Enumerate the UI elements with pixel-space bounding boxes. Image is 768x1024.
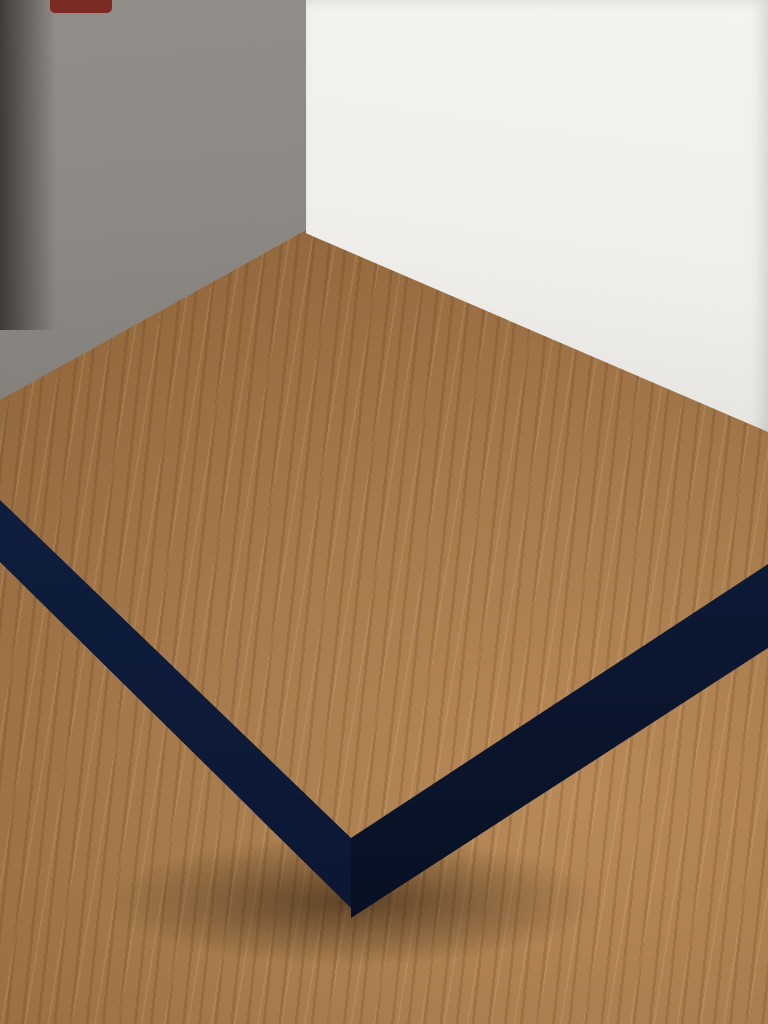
- wall-corner-shadow: [0, 0, 56, 330]
- brass-clasp[interactable]: [620, 676, 656, 702]
- photo-scene: 12345678AABBCCDDEEFFGGHH12345678 ♜♝♟♟♞♛♟…: [0, 0, 768, 1024]
- red-shelf-object: [50, 0, 112, 13]
